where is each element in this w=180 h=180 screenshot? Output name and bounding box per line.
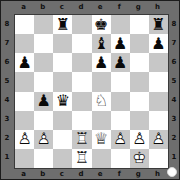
square-f8[interactable] <box>111 15 130 34</box>
square-f7[interactable]: ♟ <box>111 34 130 53</box>
black-queen-on-c4[interactable]: ♛ <box>53 92 72 111</box>
file-label-b: b <box>33 1 52 13</box>
square-h5[interactable] <box>149 72 168 91</box>
rank-labels-right: 87654321 <box>168 14 180 167</box>
white-knight-on-e4[interactable]: ♞♘ <box>92 92 111 111</box>
rank-label-4: 4 <box>1 91 13 110</box>
chess-board: ♜♚♜♝♟♟♟♟♟♟♛♞♘♟♙♟♙♜♖♛♕♟♙♟♙♟♙♜♖♚♔ <box>14 14 169 169</box>
black-pawn-on-f6[interactable]: ♟ <box>111 53 130 72</box>
square-a2[interactable]: ♟♙ <box>15 130 34 149</box>
file-label-c: c <box>52 1 71 13</box>
file-label-d: d <box>71 1 90 13</box>
white-pawn-on-h2[interactable]: ♟♙ <box>149 130 168 149</box>
square-c2[interactable] <box>53 130 72 149</box>
black-pawn-on-e6[interactable]: ♟ <box>92 53 111 72</box>
square-c1[interactable] <box>53 149 72 168</box>
square-d6[interactable] <box>72 53 91 72</box>
square-b7[interactable] <box>34 34 53 53</box>
rank-label-1: 1 <box>1 148 13 167</box>
white-pawn-icon: ♙ <box>34 131 53 147</box>
square-e5[interactable] <box>92 72 111 91</box>
white-pawn-on-f2[interactable]: ♟♙ <box>111 130 130 149</box>
square-d3[interactable] <box>72 111 91 130</box>
square-f4[interactable] <box>111 92 130 111</box>
square-b3[interactable] <box>34 111 53 130</box>
square-f2[interactable]: ♟♙ <box>111 130 130 149</box>
square-c4[interactable]: ♛ <box>53 92 72 111</box>
rank-label-1: 1 <box>168 148 180 167</box>
square-g6[interactable] <box>130 53 149 72</box>
rank-label-8: 8 <box>168 14 180 33</box>
black-pawn-icon: ♟ <box>111 55 130 71</box>
black-pawn-on-b4[interactable]: ♟ <box>34 92 53 111</box>
white-rook-icon: ♖ <box>72 131 91 147</box>
square-f1[interactable] <box>111 149 130 168</box>
file-label-c: c <box>52 168 71 180</box>
square-a1[interactable] <box>15 149 34 168</box>
file-label-f: f <box>110 168 129 180</box>
black-pawn-on-f7[interactable]: ♟ <box>111 34 130 53</box>
square-g7[interactable] <box>130 34 149 53</box>
square-b4[interactable]: ♟ <box>34 92 53 111</box>
black-king-on-e8[interactable]: ♚ <box>92 15 111 34</box>
black-pawn-on-h7[interactable]: ♟ <box>149 34 168 53</box>
square-e8[interactable]: ♚ <box>92 15 111 34</box>
white-rook-on-d2[interactable]: ♜♖ <box>72 130 91 149</box>
black-pawn-on-a6[interactable]: ♟ <box>15 53 34 72</box>
file-label-e: e <box>91 1 110 13</box>
square-f5[interactable] <box>111 72 130 91</box>
square-d7[interactable] <box>72 34 91 53</box>
white-queen-on-e2[interactable]: ♛♕ <box>92 130 111 149</box>
white-knight-icon: ♘ <box>92 93 111 109</box>
file-labels-bottom: abcdefgh <box>14 168 167 180</box>
black-pawn-icon: ♟ <box>111 36 130 52</box>
rank-label-4: 4 <box>168 91 180 110</box>
file-label-b: b <box>33 168 52 180</box>
rank-label-7: 7 <box>168 33 180 52</box>
square-g5[interactable] <box>130 72 149 91</box>
square-d2[interactable]: ♜♖ <box>72 130 91 149</box>
square-e6[interactable]: ♟ <box>92 53 111 72</box>
rank-label-5: 5 <box>168 71 180 90</box>
square-h8[interactable]: ♜ <box>149 15 168 34</box>
white-to-move-indicator <box>167 167 177 177</box>
square-c3[interactable] <box>53 111 72 130</box>
white-king-icon: ♔ <box>130 150 149 166</box>
square-c5[interactable] <box>53 72 72 91</box>
file-label-g: g <box>129 168 148 180</box>
black-queen-icon: ♛ <box>53 93 72 109</box>
square-g4[interactable] <box>130 92 149 111</box>
square-b6[interactable] <box>34 53 53 72</box>
black-rook-on-h8[interactable]: ♜ <box>149 15 168 34</box>
rank-label-8: 8 <box>1 14 13 33</box>
square-h3[interactable] <box>149 111 168 130</box>
square-a3[interactable] <box>15 111 34 130</box>
black-pawn-icon: ♟ <box>34 93 53 109</box>
file-label-h: h <box>148 1 167 13</box>
rank-label-5: 5 <box>1 71 13 90</box>
square-b8[interactable] <box>34 15 53 34</box>
black-bishop-icon: ♝ <box>92 36 111 52</box>
black-pawn-icon: ♟ <box>92 55 111 71</box>
square-c7[interactable] <box>53 34 72 53</box>
square-h4[interactable] <box>149 92 168 111</box>
rank-label-2: 2 <box>1 129 13 148</box>
square-a6[interactable]: ♟ <box>15 53 34 72</box>
square-a4[interactable] <box>15 92 34 111</box>
square-b1[interactable] <box>34 149 53 168</box>
square-b5[interactable] <box>34 72 53 91</box>
square-e1[interactable] <box>92 149 111 168</box>
file-label-f: f <box>110 1 129 13</box>
square-a8[interactable] <box>15 15 34 34</box>
square-a5[interactable] <box>15 72 34 91</box>
square-f6[interactable]: ♟ <box>111 53 130 72</box>
rank-label-7: 7 <box>1 33 13 52</box>
square-a7[interactable] <box>15 34 34 53</box>
black-pawn-icon: ♟ <box>15 55 34 71</box>
white-pawn-icon: ♙ <box>130 131 149 147</box>
rank-label-3: 3 <box>168 110 180 129</box>
white-pawn-on-g2[interactable]: ♟♙ <box>130 130 149 149</box>
square-b2[interactable]: ♟♙ <box>34 130 53 149</box>
square-h2[interactable]: ♟♙ <box>149 130 168 149</box>
square-c6[interactable] <box>53 53 72 72</box>
file-labels-top: abcdefgh <box>14 1 167 13</box>
rank-label-6: 6 <box>1 52 13 71</box>
square-e4[interactable]: ♞♘ <box>92 92 111 111</box>
white-pawn-on-a2[interactable]: ♟♙ <box>15 130 34 149</box>
black-rook-icon: ♜ <box>53 17 72 33</box>
rank-label-2: 2 <box>168 129 180 148</box>
white-pawn-icon: ♙ <box>15 131 34 147</box>
white-king-on-g1[interactable]: ♚♔ <box>130 149 149 168</box>
white-pawn-on-b2[interactable]: ♟♙ <box>34 130 53 149</box>
file-label-a: a <box>14 168 33 180</box>
square-d8[interactable] <box>72 15 91 34</box>
file-label-h: h <box>148 168 167 180</box>
file-label-d: d <box>71 168 90 180</box>
chess-diagram: abcdefgh abcdefgh 87654321 87654321 ♜♚♜♝… <box>0 0 180 180</box>
white-pawn-icon: ♙ <box>149 131 168 147</box>
square-h1[interactable] <box>149 149 168 168</box>
black-bishop-on-e7[interactable]: ♝ <box>92 34 111 53</box>
square-g8[interactable] <box>130 15 149 34</box>
file-label-g: g <box>129 1 148 13</box>
rank-labels-left: 87654321 <box>1 14 13 167</box>
black-rook-icon: ♜ <box>149 17 168 33</box>
square-g1[interactable]: ♚♔ <box>130 149 149 168</box>
square-f3[interactable] <box>111 111 130 130</box>
white-rook-icon: ♖ <box>72 150 91 166</box>
rank-label-3: 3 <box>1 110 13 129</box>
square-c8[interactable]: ♜ <box>53 15 72 34</box>
square-e2[interactable]: ♛♕ <box>92 130 111 149</box>
square-d1[interactable]: ♜♖ <box>72 149 91 168</box>
white-pawn-icon: ♙ <box>111 131 130 147</box>
square-g3[interactable] <box>130 111 149 130</box>
black-rook-on-c8[interactable]: ♜ <box>53 15 72 34</box>
square-d4[interactable] <box>72 92 91 111</box>
file-label-e: e <box>91 168 110 180</box>
square-h6[interactable] <box>149 53 168 72</box>
black-pawn-icon: ♟ <box>149 36 168 52</box>
square-e3[interactable] <box>92 111 111 130</box>
square-d5[interactable] <box>72 72 91 91</box>
white-rook-on-d1[interactable]: ♜♖ <box>72 149 91 168</box>
square-e7[interactable]: ♝ <box>92 34 111 53</box>
square-h7[interactable]: ♟ <box>149 34 168 53</box>
rank-label-6: 6 <box>168 52 180 71</box>
white-queen-icon: ♕ <box>92 131 111 147</box>
black-king-icon: ♚ <box>92 17 111 33</box>
square-g2[interactable]: ♟♙ <box>130 130 149 149</box>
file-label-a: a <box>14 1 33 13</box>
